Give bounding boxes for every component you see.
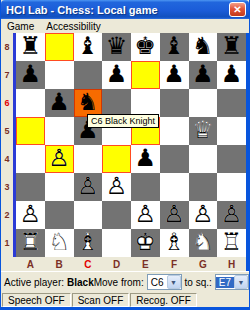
black-pawn-piece: ♟ — [163, 62, 185, 86]
square-a2[interactable]: ♙♙ — [16, 201, 45, 229]
white-bishop-piece: ♗ — [77, 230, 99, 254]
square-b4[interactable]: ♙♙ — [45, 145, 74, 173]
square-c4[interactable] — [74, 145, 103, 173]
square-c7[interactable] — [74, 61, 103, 89]
square-e1[interactable]: ♚♔ — [131, 229, 160, 257]
square-a8[interactable]: ♜ — [16, 33, 45, 61]
active-player-label: Active player: — [4, 277, 64, 288]
square-h1[interactable]: ♜♖ — [217, 229, 246, 257]
square-d6[interactable] — [102, 89, 131, 117]
recog-status: Recog. OFF — [130, 293, 196, 307]
move-controls: Active player: Black Move from: C6 ▼ to … — [1, 271, 249, 292]
square-h2[interactable]: ♙♙ — [217, 201, 246, 229]
black-bishop-piece: ♝ — [77, 34, 99, 58]
square-e2[interactable]: ♙♙ — [131, 201, 160, 229]
square-g3[interactable] — [189, 173, 218, 201]
speech-status: Speech OFF — [2, 293, 71, 307]
move-from-combobox[interactable]: C6 ▼ — [147, 274, 182, 290]
square-a4[interactable] — [16, 145, 45, 173]
file-labels: ABCDEFGH — [16, 257, 246, 271]
square-d8[interactable]: ♛ — [102, 33, 131, 61]
white-pawn-piece: ♙ — [48, 146, 70, 170]
white-pawn-piece: ♙ — [106, 174, 128, 198]
board-area: 87654321 ♜♝♛♚♝♞♜♟♟♟♟♟♟♞♟♛♕♙♙♟♙♙♙♙♙♙♙♙♙♙♙… — [1, 33, 249, 257]
file-label-h: H — [217, 257, 246, 271]
square-a5[interactable] — [16, 117, 45, 145]
black-pawn-piece: ♟ — [48, 90, 70, 114]
rank-label-7: 7 — [1, 61, 13, 89]
black-pawn-piece: ♟ — [135, 146, 157, 170]
title-bar: HCI Lab - Chess: Local game ✕ — [1, 0, 249, 19]
square-c8[interactable]: ♝ — [74, 33, 103, 61]
square-b3[interactable] — [45, 173, 74, 201]
white-knight-piece: ♘ — [192, 230, 214, 254]
to-sq-combobox[interactable]: E7 ▼ — [215, 274, 249, 290]
black-bishop-piece: ♝ — [163, 34, 185, 58]
file-labels-row: ABCDEFGH — [1, 257, 249, 271]
square-h5[interactable] — [217, 117, 246, 145]
square-g8[interactable]: ♞ — [189, 33, 218, 61]
white-rook-piece: ♖ — [221, 230, 243, 254]
piece-tooltip: C6 Black Knight — [87, 114, 159, 128]
square-b7[interactable] — [45, 61, 74, 89]
to-sq-label: to sq.: — [185, 277, 212, 288]
square-a7[interactable]: ♟ — [16, 61, 45, 89]
square-f5[interactable] — [160, 117, 189, 145]
square-e4[interactable]: ♟ — [131, 145, 160, 173]
app-window: HCI Lab - Chess: Local game ✕ Game Acces… — [0, 0, 250, 310]
black-pawn-piece: ♟ — [106, 62, 128, 86]
to-sq-value[interactable]: E7 — [216, 277, 234, 288]
white-pawn-piece: ♙ — [77, 174, 99, 198]
white-bishop-piece: ♗ — [163, 230, 185, 254]
white-pawn-piece: ♙ — [192, 202, 214, 226]
rank-labels: 87654321 — [1, 33, 13, 257]
white-pawn-piece: ♙ — [221, 202, 243, 226]
square-g6[interactable] — [189, 89, 218, 117]
square-d1[interactable] — [102, 229, 131, 257]
white-pawn-piece: ♙ — [163, 202, 185, 226]
rank-label-4: 4 — [1, 145, 13, 173]
square-b1[interactable]: ♞♘ — [45, 229, 74, 257]
white-knight-piece: ♘ — [48, 230, 70, 254]
black-rook-piece: ♜ — [20, 34, 42, 58]
square-a1[interactable]: ♜♖ — [16, 229, 45, 257]
rank-label-6: 6 — [1, 89, 13, 117]
black-king-piece: ♚ — [135, 34, 157, 58]
menu-game[interactable]: Game — [1, 19, 40, 33]
square-c3[interactable]: ♙♙ — [74, 173, 103, 201]
window-title: HCI Lab - Chess: Local game — [6, 4, 229, 16]
square-a6[interactable] — [16, 89, 45, 117]
board-right-border — [246, 33, 249, 257]
menu-accessibility[interactable]: Accessibility — [40, 19, 106, 33]
square-f3[interactable] — [160, 173, 189, 201]
square-f1[interactable]: ♝♗ — [160, 229, 189, 257]
square-g7[interactable]: ♟ — [189, 61, 218, 89]
chevron-down-icon[interactable]: ▼ — [167, 275, 181, 289]
square-h4[interactable] — [217, 145, 246, 173]
file-label-a: A — [16, 257, 45, 271]
file-label-f: F — [160, 257, 189, 271]
rank-label-2: 2 — [1, 201, 13, 229]
file-row-right-border — [246, 257, 249, 271]
square-b2[interactable] — [45, 201, 74, 229]
square-f7[interactable]: ♟ — [160, 61, 189, 89]
file-row-spacer — [1, 257, 16, 271]
black-pawn-piece: ♟ — [192, 62, 214, 86]
move-from-value[interactable]: C6 — [148, 277, 167, 288]
status-bar: Speech OFF Scan OFF Recog. OFF — [1, 292, 249, 307]
file-label-b: B — [45, 257, 74, 271]
scan-status: Scan OFF — [72, 293, 130, 307]
square-f8[interactable]: ♝ — [160, 33, 189, 61]
square-c1[interactable]: ♝♗ — [74, 229, 103, 257]
square-e7[interactable] — [131, 61, 160, 89]
black-knight-piece: ♞ — [77, 90, 99, 114]
square-b5[interactable] — [45, 117, 74, 145]
square-f6[interactable] — [160, 89, 189, 117]
rank-label-3: 3 — [1, 173, 13, 201]
file-label-c: C — [74, 257, 103, 271]
square-c6[interactable]: ♞ — [74, 89, 103, 117]
square-h3[interactable] — [217, 173, 246, 201]
white-pawn-piece: ♙ — [135, 202, 157, 226]
square-d2[interactable] — [102, 201, 131, 229]
chevron-down-icon[interactable]: ▼ — [234, 275, 248, 289]
white-king-piece: ♔ — [135, 230, 157, 254]
black-rook-piece: ♜ — [221, 34, 243, 58]
file-label-d: D — [102, 257, 131, 271]
white-rook-piece: ♖ — [20, 230, 42, 254]
rank-label-1: 1 — [1, 229, 13, 257]
square-b8[interactable] — [45, 33, 74, 61]
black-knight-piece: ♞ — [192, 34, 214, 58]
square-g5[interactable]: ♛♕ — [189, 117, 218, 145]
square-c2[interactable] — [74, 201, 103, 229]
chess-board: ♜♝♛♚♝♞♜♟♟♟♟♟♟♞♟♛♕♙♙♟♙♙♙♙♙♙♙♙♙♙♙♙♙♙♜♖♞♘♝♗… — [16, 33, 246, 257]
white-queen-piece: ♕ — [192, 118, 214, 142]
active-player-value: Black — [67, 277, 94, 288]
square-g2[interactable]: ♙♙ — [189, 201, 218, 229]
square-d3[interactable]: ♙♙ — [102, 173, 131, 201]
square-g4[interactable] — [189, 145, 218, 173]
close-button[interactable]: ✕ — [229, 2, 246, 17]
move-from-label: Move from: — [94, 277, 144, 288]
square-e3[interactable] — [131, 173, 160, 201]
square-b6[interactable]: ♟ — [45, 89, 74, 117]
menu-bar: Game Accessibility — [1, 19, 249, 33]
black-queen-piece: ♛ — [106, 34, 128, 58]
square-e6[interactable] — [131, 89, 160, 117]
white-pawn-piece: ♙ — [20, 202, 42, 226]
file-label-g: G — [189, 257, 218, 271]
square-a3[interactable] — [16, 173, 45, 201]
square-h7[interactable]: ♟ — [217, 61, 246, 89]
square-d7[interactable]: ♟ — [102, 61, 131, 89]
file-label-e: E — [131, 257, 160, 271]
rank-label-5: 5 — [1, 117, 13, 145]
square-h6[interactable] — [217, 89, 246, 117]
square-f4[interactable] — [160, 145, 189, 173]
square-d4[interactable] — [102, 145, 131, 173]
black-pawn-piece: ♟ — [221, 62, 243, 86]
square-f2[interactable]: ♙♙ — [160, 201, 189, 229]
square-h8[interactable]: ♜ — [217, 33, 246, 61]
black-pawn-piece: ♟ — [20, 62, 42, 86]
rank-label-8: 8 — [1, 33, 13, 61]
square-g1[interactable]: ♞♘ — [189, 229, 218, 257]
square-e8[interactable]: ♚ — [131, 33, 160, 61]
